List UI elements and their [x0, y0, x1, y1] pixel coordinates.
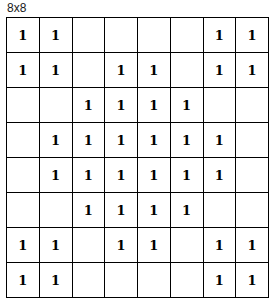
cell-r4c1[interactable]	[7, 123, 39, 157]
cell-r2c8[interactable]: 1	[236, 53, 268, 87]
cell-r6c5[interactable]: 1	[138, 193, 170, 227]
cell-r4c2[interactable]: 1	[40, 123, 72, 157]
cell-r5c4[interactable]: 1	[105, 158, 137, 192]
cell-r7c2[interactable]: 1	[40, 228, 72, 262]
cell-r1c6[interactable]	[171, 18, 203, 52]
cell-r8c2[interactable]: 1	[40, 263, 72, 297]
cell-r6c4[interactable]: 1	[105, 193, 137, 227]
cell-r4c4[interactable]: 1	[105, 123, 137, 157]
cell-r6c8[interactable]	[236, 193, 268, 227]
cell-r4c5[interactable]: 1	[138, 123, 170, 157]
cell-r1c7[interactable]: 1	[204, 18, 236, 52]
cell-r7c3[interactable]	[73, 228, 105, 262]
cell-r4c6[interactable]: 1	[171, 123, 203, 157]
cell-r8c1[interactable]: 1	[7, 263, 39, 297]
cell-r2c3[interactable]	[73, 53, 105, 87]
cell-r2c7[interactable]: 1	[204, 53, 236, 87]
cell-r2c6[interactable]	[171, 53, 203, 87]
cell-r8c4[interactable]	[105, 263, 137, 297]
cell-r3c4[interactable]: 1	[105, 88, 137, 122]
cell-r3c2[interactable]	[40, 88, 72, 122]
cell-r5c3[interactable]: 1	[73, 158, 105, 192]
cell-r2c2[interactable]: 1	[40, 53, 72, 87]
cell-r7c6[interactable]	[171, 228, 203, 262]
cell-r7c1[interactable]: 1	[7, 228, 39, 262]
cell-r3c6[interactable]: 1	[171, 88, 203, 122]
cell-r1c1[interactable]: 1	[7, 18, 39, 52]
cell-r6c2[interactable]	[40, 193, 72, 227]
cell-r6c1[interactable]	[7, 193, 39, 227]
cell-r7c8[interactable]: 1	[236, 228, 268, 262]
cell-r1c4[interactable]	[105, 18, 137, 52]
cell-r8c5[interactable]	[138, 263, 170, 297]
cell-r2c5[interactable]: 1	[138, 53, 170, 87]
cell-r5c6[interactable]: 1	[171, 158, 203, 192]
cell-r3c7[interactable]	[204, 88, 236, 122]
cell-r6c6[interactable]: 1	[171, 193, 203, 227]
cell-r8c7[interactable]: 1	[204, 263, 236, 297]
cell-r3c3[interactable]: 1	[73, 88, 105, 122]
cell-r1c8[interactable]: 1	[236, 18, 268, 52]
cell-r6c7[interactable]	[204, 193, 236, 227]
board-grid: 1111111111111111111111111111111111111111	[6, 17, 269, 298]
cell-r8c6[interactable]	[171, 263, 203, 297]
cell-r1c2[interactable]: 1	[40, 18, 72, 52]
cell-r5c2[interactable]: 1	[40, 158, 72, 192]
cell-r7c5[interactable]: 1	[138, 228, 170, 262]
cell-r2c4[interactable]: 1	[105, 53, 137, 87]
cell-r1c3[interactable]	[73, 18, 105, 52]
cell-r3c8[interactable]	[236, 88, 268, 122]
cell-r5c5[interactable]: 1	[138, 158, 170, 192]
cell-r4c8[interactable]	[236, 123, 268, 157]
cell-r7c7[interactable]: 1	[204, 228, 236, 262]
cell-r4c7[interactable]: 1	[204, 123, 236, 157]
grid-size-label: 8x8	[7, 1, 26, 15]
cell-r1c5[interactable]	[138, 18, 170, 52]
cell-r8c8[interactable]: 1	[236, 263, 268, 297]
cell-r5c1[interactable]	[7, 158, 39, 192]
cell-r5c7[interactable]: 1	[204, 158, 236, 192]
cell-r3c5[interactable]: 1	[138, 88, 170, 122]
cell-r5c8[interactable]	[236, 158, 268, 192]
cell-r8c3[interactable]	[73, 263, 105, 297]
cell-r3c1[interactable]	[7, 88, 39, 122]
cell-r4c3[interactable]: 1	[73, 123, 105, 157]
cell-r7c4[interactable]: 1	[105, 228, 137, 262]
cell-r2c1[interactable]: 1	[7, 53, 39, 87]
cell-r6c3[interactable]: 1	[73, 193, 105, 227]
